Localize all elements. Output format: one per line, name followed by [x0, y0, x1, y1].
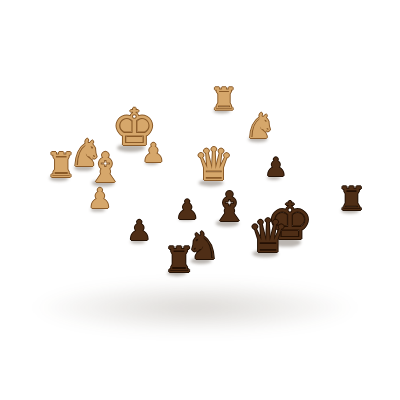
black-rook-a8[interactable]: ♜	[337, 183, 366, 215]
square-a8[interactable]	[332, 199, 370, 224]
piece-shadow	[91, 208, 106, 212]
square-d3[interactable]	[174, 156, 215, 181]
white-rook-h1[interactable]: ♜	[45, 148, 76, 182]
pawn-glyph: ♟	[127, 217, 152, 245]
black-knight-g7[interactable]: ♞	[186, 228, 220, 266]
white-king-e1[interactable]: ♚	[112, 103, 158, 154]
board-drop-shadow	[30, 280, 360, 335]
square-h3[interactable]	[77, 197, 122, 224]
rook-glyph: ♜	[210, 83, 238, 115]
white-rook-a1[interactable]: ♜	[210, 83, 238, 115]
square-c5[interactable]	[234, 176, 274, 201]
square-e2[interactable]	[132, 151, 174, 176]
square-a3[interactable]	[240, 128, 279, 151]
black-bishop-e6[interactable]: ♝	[211, 187, 248, 228]
square-g3[interactable]	[103, 187, 147, 213]
piece-shadow	[190, 258, 211, 264]
square-d4[interactable]	[193, 171, 234, 196]
board-frame-line	[29, 96, 378, 310]
pawn-glyph: ♟	[141, 140, 165, 167]
black-rook-h7[interactable]: ♜	[163, 242, 195, 277]
queen-glyph: ♛	[194, 143, 234, 188]
white-knight-g1[interactable]: ♞	[69, 135, 103, 172]
square-e6[interactable]	[209, 211, 251, 237]
square-c4[interactable]	[216, 161, 256, 186]
piece-shadow	[178, 217, 193, 221]
square-b7[interactable]	[293, 195, 332, 220]
black-pawn-b5[interactable]: ♟	[264, 155, 287, 181]
piece-shadow	[252, 250, 278, 257]
black-king-d8[interactable]: ♚	[267, 197, 313, 249]
square-f8[interactable]	[224, 253, 266, 280]
square-g1[interactable]	[64, 156, 108, 182]
square-b6[interactable]	[275, 181, 314, 206]
square-f7[interactable]	[205, 237, 247, 264]
square-g4[interactable]	[122, 202, 166, 229]
square-e7[interactable]	[228, 226, 270, 252]
square-f3[interactable]	[127, 176, 170, 202]
white-knight-a3[interactable]: ♞	[244, 108, 275, 143]
knight-glyph: ♞	[186, 228, 220, 266]
square-d1[interactable]	[137, 127, 179, 151]
piece-shadow	[216, 220, 239, 227]
square-c8[interactable]	[291, 220, 331, 246]
square-g2[interactable]	[83, 171, 127, 197]
king-glyph: ♚	[112, 103, 158, 154]
pawn-glyph: ♟	[88, 186, 113, 214]
chess-product-photo: ♜♞♚♟♞♟♜♛♝♟♜♟♝♟♚♛♞♜	[0, 0, 400, 400]
rook-glyph: ♜	[337, 183, 366, 215]
square-c2[interactable]	[178, 132, 219, 156]
square-a7[interactable]	[314, 185, 353, 209]
square-a2[interactable]	[222, 114, 261, 137]
piece-shadow	[49, 176, 68, 182]
square-f5[interactable]	[166, 207, 209, 233]
rook-glyph: ♜	[45, 148, 76, 182]
square-h4[interactable]	[97, 213, 142, 240]
square-g7[interactable]	[181, 248, 224, 275]
square-g6[interactable]	[161, 233, 204, 260]
square-a6[interactable]	[295, 171, 334, 195]
bishop-glyph: ♝	[211, 187, 248, 228]
piece-shadow	[341, 208, 359, 213]
square-h5[interactable]	[117, 228, 161, 255]
square-d6[interactable]	[231, 201, 272, 227]
rook-glyph: ♜	[163, 242, 195, 277]
square-a4[interactable]	[259, 143, 298, 167]
square-d5[interactable]	[212, 186, 253, 211]
black-queen-e8[interactable]: ♛	[247, 213, 289, 259]
square-f1[interactable]	[89, 146, 132, 171]
bishop-glyph: ♝	[87, 147, 124, 189]
square-a1[interactable]	[204, 100, 243, 123]
pieces-layer: ♜♞♚♟♞♟♜♛♝♟♜♟♝♟♚♛♞♜	[0, 0, 400, 400]
white-bishop-g2[interactable]: ♝	[87, 147, 124, 189]
white-pawn-h3[interactable]: ♟	[88, 186, 113, 214]
square-c3[interactable]	[197, 147, 238, 171]
square-f4[interactable]	[146, 191, 189, 217]
king-glyph: ♚	[267, 197, 313, 249]
knight-glyph: ♞	[69, 135, 103, 172]
square-e3[interactable]	[151, 166, 193, 191]
black-pawn-h5[interactable]: ♟	[127, 217, 152, 245]
square-b4[interactable]	[237, 152, 277, 176]
square-b2[interactable]	[201, 123, 241, 147]
white-pawn-e2[interactable]: ♟	[141, 140, 165, 167]
piece-shadow	[213, 109, 230, 114]
square-c1[interactable]	[160, 118, 201, 142]
square-f2[interactable]	[108, 161, 151, 186]
square-c6[interactable]	[253, 190, 293, 215]
pawn-glyph: ♟	[175, 195, 199, 222]
piece-shadow	[199, 179, 224, 186]
piece-shadow	[267, 176, 281, 180]
piece-shadow	[144, 161, 159, 165]
piece-shadow	[117, 144, 145, 152]
square-d7[interactable]	[250, 216, 291, 242]
square-d2[interactable]	[155, 142, 196, 166]
square-e4[interactable]	[170, 181, 212, 207]
piece-shadow	[91, 180, 114, 187]
piece-shadow	[130, 239, 145, 243]
square-c7[interactable]	[272, 205, 312, 230]
knight-glyph: ♞	[244, 108, 275, 143]
square-h2[interactable]	[58, 182, 103, 208]
square-h1[interactable]	[38, 166, 83, 192]
square-d8[interactable]	[269, 231, 310, 257]
piece-shadow	[272, 238, 300, 246]
piece-shadow	[167, 270, 186, 276]
black-pawn-f5[interactable]: ♟	[175, 195, 199, 222]
square-b8[interactable]	[312, 210, 351, 235]
piece-shadow	[248, 137, 267, 143]
square-e8[interactable]	[247, 241, 288, 268]
square-b5[interactable]	[256, 166, 295, 190]
square-b3[interactable]	[219, 137, 259, 161]
square-f6[interactable]	[185, 222, 228, 249]
pawn-glyph: ♟	[264, 155, 287, 181]
queen-glyph: ♛	[247, 213, 289, 259]
board-grid	[38, 100, 371, 304]
square-h6[interactable]	[137, 244, 181, 272]
square-a5[interactable]	[277, 157, 316, 181]
square-e5[interactable]	[189, 196, 231, 222]
piece-shadow	[74, 165, 95, 171]
square-e1[interactable]	[113, 136, 155, 161]
square-g5[interactable]	[142, 217, 186, 244]
square-b1[interactable]	[182, 109, 222, 132]
white-queen-d4[interactable]: ♛	[194, 143, 234, 188]
